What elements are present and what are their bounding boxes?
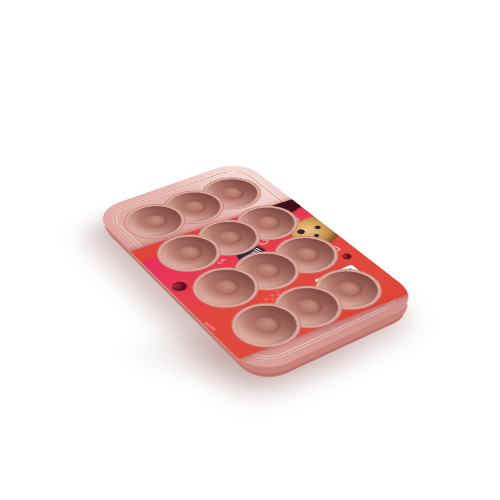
cherry-icon [169, 280, 190, 293]
blueberry-icon [314, 225, 322, 230]
product-photo: ROSE GOLD texell MUFFIN PAN [0, 0, 500, 500]
